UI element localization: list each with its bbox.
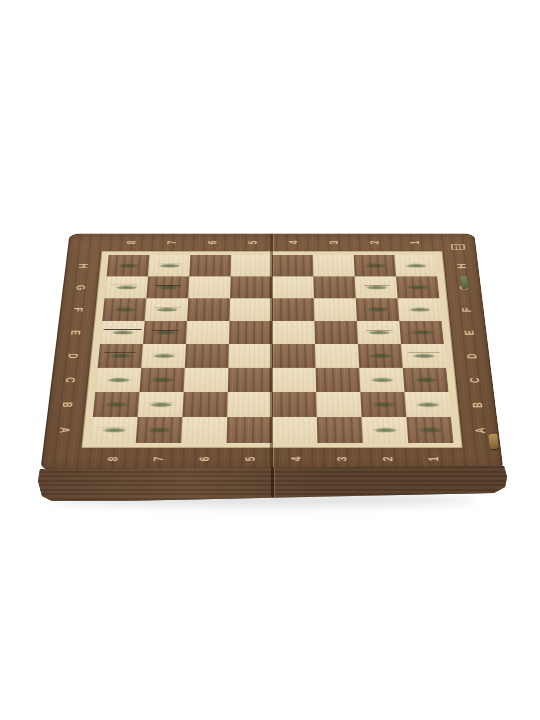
label-top-7: 7 bbox=[164, 241, 178, 245]
piece-white-pawn-g2: ♟ bbox=[354, 283, 398, 301]
label-right-F: F bbox=[459, 307, 474, 311]
label-top-5: 5 bbox=[245, 241, 259, 245]
label-top-1: 1 bbox=[407, 241, 421, 245]
brass-clasp-lower bbox=[488, 434, 499, 450]
piece-black-pawn-d7: ♟ bbox=[141, 351, 187, 369]
piece-black-rook-a8: ♜ bbox=[85, 425, 144, 446]
front-edge-seam bbox=[271, 467, 274, 497]
piece-black-pawn-g7: ♟ bbox=[146, 283, 190, 301]
label-right-E: E bbox=[461, 330, 476, 335]
label-left-G: G bbox=[73, 285, 88, 290]
label-top-6: 6 bbox=[204, 241, 218, 245]
piece-black-pawn-h7: ♟ bbox=[148, 261, 191, 279]
chess-board: 8877665544332211HHGGFFEEDDCCBBAA ♜♞♝♛♚♝♞… bbox=[40, 234, 503, 470]
pieces-layer: ♜♞♝♛♚♝♞♜♟♟♟♟♟♟♟♟♟♟♟♟♟♟♟♟♜♞♝♛♚♝♞♜ bbox=[40, 234, 503, 470]
label-right-H: H bbox=[454, 263, 469, 268]
chess-set-photo: 8877665544332211HHGGFFEEDDCCBBAA ♜♞♝♛♚♝♞… bbox=[0, 0, 540, 720]
board-shadow bbox=[52, 494, 476, 506]
label-top-2: 2 bbox=[366, 241, 380, 245]
label-top-8: 8 bbox=[123, 241, 137, 245]
piece-white-pawn-a2: ♟ bbox=[361, 426, 409, 443]
label-top-3: 3 bbox=[326, 241, 340, 245]
label-left-E: E bbox=[68, 330, 83, 335]
label-top-4: 4 bbox=[285, 241, 299, 245]
label-left-F: F bbox=[70, 307, 85, 311]
piece-black-pawn-a7: ♟ bbox=[136, 426, 184, 443]
piece-black-pawn-b7: ♟ bbox=[138, 400, 185, 417]
piece-white-pawn-h2: ♟ bbox=[353, 261, 396, 279]
piece-white-pawn-b2: ♟ bbox=[359, 400, 406, 417]
label-left-H: H bbox=[75, 263, 90, 268]
piece-white-pawn-d2: ♟ bbox=[357, 351, 403, 369]
